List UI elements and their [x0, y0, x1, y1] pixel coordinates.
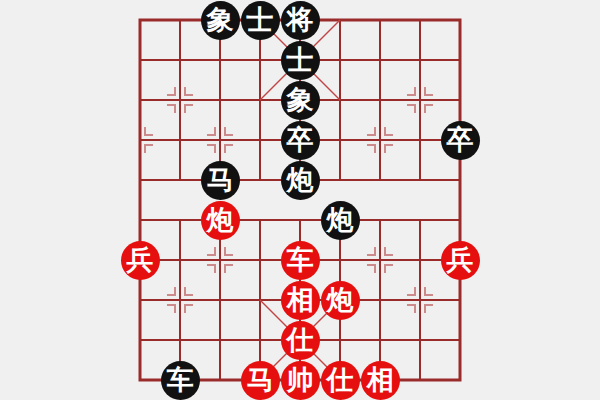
xiangqi-board: 象士将士象卒卒马炮炮车炮兵车兵相炮仕马帅仕相 — [0, 0, 600, 400]
piece-black-general[interactable]: 将 — [281, 1, 320, 40]
piece-black-cannon[interactable]: 炮 — [321, 201, 360, 240]
piece-red-elephant[interactable]: 相 — [281, 281, 320, 320]
piece-red-soldier[interactable]: 兵 — [121, 241, 160, 280]
piece-black-elephant[interactable]: 象 — [201, 1, 240, 40]
piece-black-elephant[interactable]: 象 — [281, 81, 320, 120]
piece-black-soldier[interactable]: 卒 — [281, 121, 320, 160]
piece-red-chariot[interactable]: 车 — [281, 241, 320, 280]
piece-red-advisor[interactable]: 仕 — [281, 321, 320, 360]
piece-red-horse[interactable]: 马 — [241, 361, 280, 400]
piece-red-advisor[interactable]: 仕 — [321, 361, 360, 400]
piece-red-elephant[interactable]: 相 — [361, 361, 400, 400]
piece-black-chariot[interactable]: 车 — [161, 361, 200, 400]
piece-red-cannon[interactable]: 炮 — [321, 281, 360, 320]
piece-black-advisor[interactable]: 士 — [281, 41, 320, 80]
piece-black-soldier[interactable]: 卒 — [441, 121, 480, 160]
piece-red-cannon[interactable]: 炮 — [201, 201, 240, 240]
piece-red-soldier[interactable]: 兵 — [441, 241, 480, 280]
piece-grid: 象士将士象卒卒马炮炮车炮兵车兵相炮仕马帅仕相 — [120, 0, 480, 400]
piece-red-general[interactable]: 帅 — [281, 361, 320, 400]
piece-black-cannon[interactable]: 炮 — [281, 161, 320, 200]
piece-black-horse[interactable]: 马 — [201, 161, 240, 200]
piece-black-advisor[interactable]: 士 — [241, 1, 280, 40]
